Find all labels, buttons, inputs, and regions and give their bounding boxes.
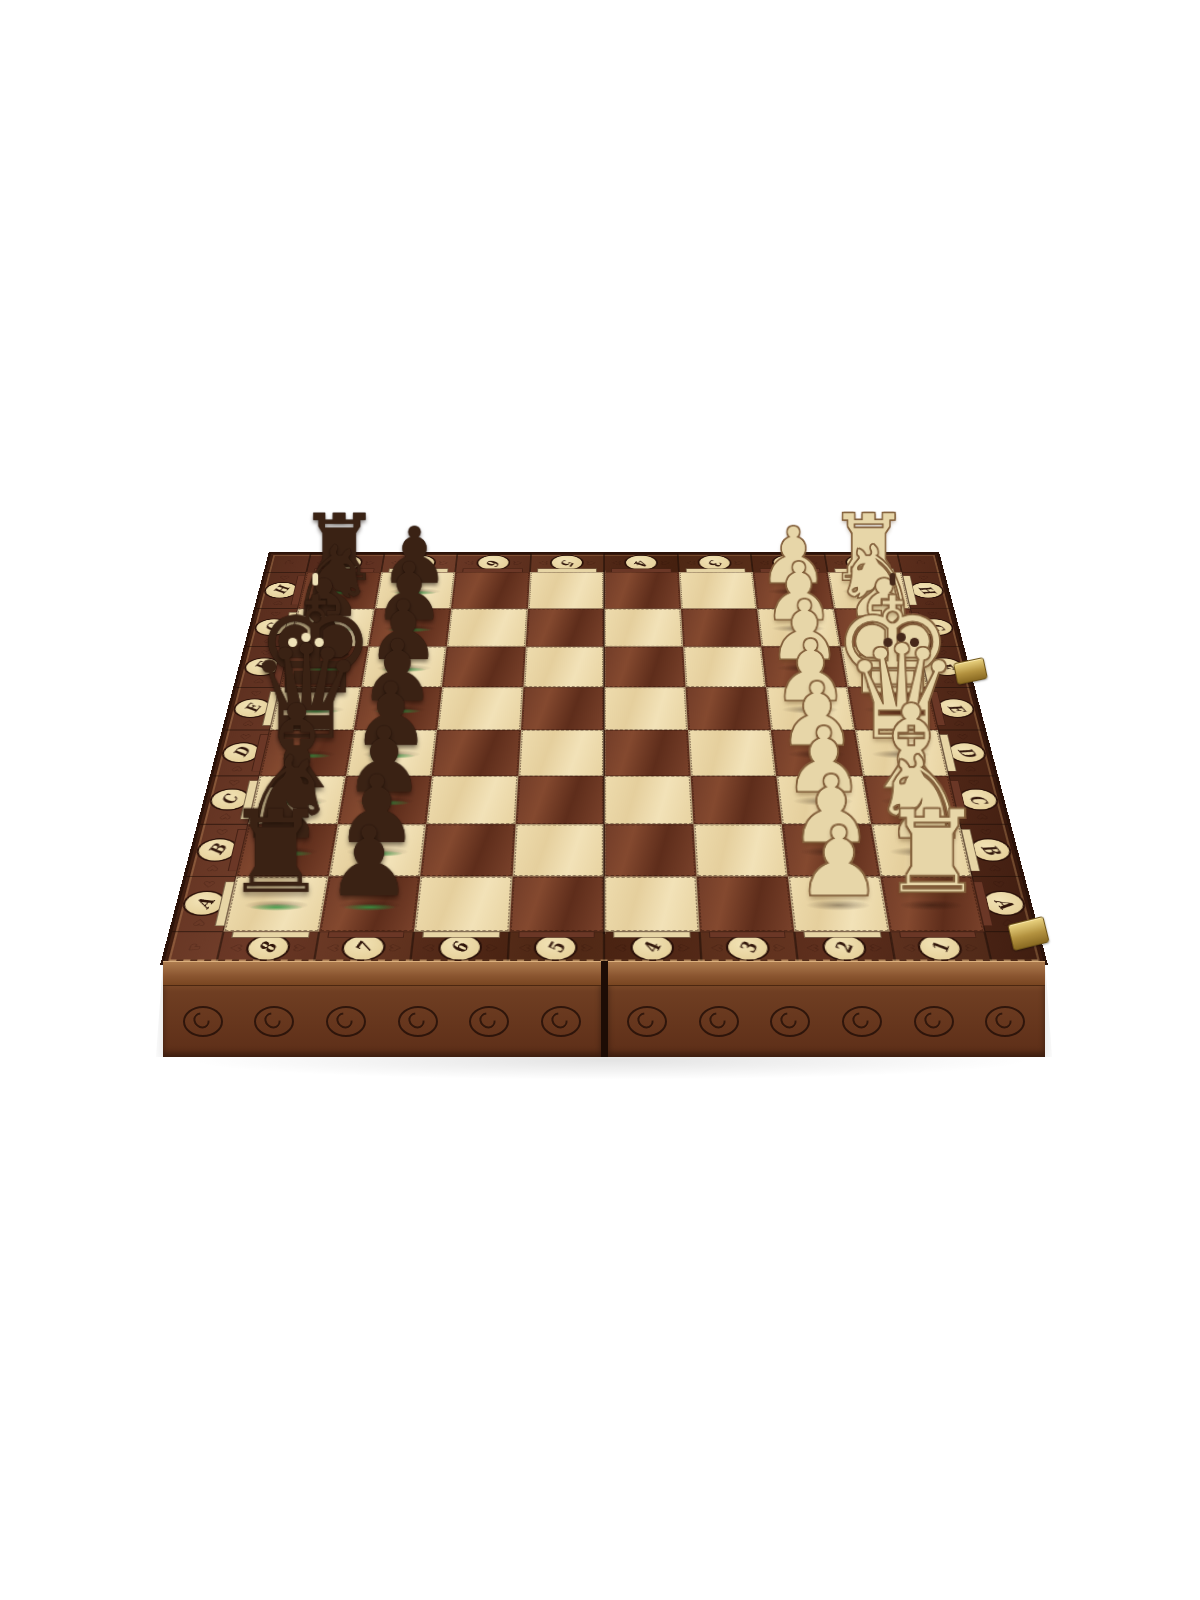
square-b5 [512,824,604,876]
heart-scroll-ornament: ♡ [772,943,788,951]
square-a5 [509,876,604,931]
piece-black-pawn: ♟ [326,813,413,910]
label-text: 7 [351,941,377,954]
border-rank-label-near-2: ♡2♡ [794,932,895,964]
heart-scroll-ornament: ♡ [988,864,1003,872]
label-text: 6 [447,941,473,954]
square-a4 [604,876,699,931]
heart-scroll-ornament: ♡ [183,941,203,953]
border-inlay [803,932,881,938]
border-rank-label-near-8: ♡8♡ [216,932,319,964]
front-half [608,961,1046,1057]
square-f5 [523,647,604,687]
chess-board: ♡♡8♡♡7♡♡6♡♡5♡♡4♡♡3♡♡2♡♡1♡♡♡H♡♜♟♟♜♡H♡♡G♡♞… [163,553,1046,964]
label-text: 2 [831,941,856,954]
square-c6 [426,776,518,825]
border-rank-label-near-3: ♡3♡ [699,932,798,964]
spiral-carving [469,1006,509,1037]
square-f6 [442,647,525,687]
heart-scroll-ornament: ♡ [708,943,724,951]
border-inlay [898,932,976,938]
finial-dot [302,633,311,642]
heart-scroll-ornament: ♡ [900,943,916,951]
heart-scroll-ornament: ♡ [227,943,244,951]
heart-scroll-ornament: ♡ [192,918,207,927]
label-text: 3 [705,559,725,567]
heart-scroll-ornament: ♡ [292,943,308,951]
square-f3 [683,647,766,687]
label-text: 4 [639,941,665,954]
heart-scroll-ornament: ♡ [516,943,531,951]
border-rank-label-near-7: ♡7♡ [313,932,414,964]
heart-scroll-ornament: ♡ [580,943,595,951]
square-h3 [678,572,757,608]
spiral-carving [770,1006,810,1037]
label-text: 5 [557,559,577,567]
square-a6 [414,876,512,931]
heart-scroll-ornament: ♡ [733,560,745,565]
border-rank-label-near-6: ♡6♡ [410,932,509,964]
square-c5 [515,776,604,825]
label-text: A [191,897,218,911]
square-b3 [693,824,788,876]
square-e3 [685,687,771,730]
label-text: 5 [543,941,569,954]
square-d5 [518,730,604,776]
label-text: 4 [631,559,651,567]
heart-scroll-ornament: ♡ [537,560,549,565]
heart-scroll-ornament: ♡ [804,943,820,951]
heart-scroll-ornament: ♡ [388,943,404,951]
border-rank-label-far-3: ♡3♡ [677,553,753,572]
piece-glyph: ♟ [795,813,882,910]
heart-scroll-ornament: ♡ [512,560,524,565]
border-rank-label-near-4: ♡4♡ [604,932,701,964]
front-face [163,961,1045,1057]
heart-scroll-ornament: ♡ [676,943,691,951]
heart-scroll-ornament: ♡ [964,943,981,951]
border-inlay [708,932,786,938]
spiral-carving [326,1006,366,1037]
heart-scroll-ornament: ♡ [463,560,475,565]
square-d4 [604,730,690,776]
rank-roundel: 8 [243,934,292,961]
spiral-carving [699,1006,739,1037]
heart-scroll-ornament: ♡ [586,560,598,565]
square-h5 [528,572,604,608]
heart-scroll-ornament: ♡ [992,880,1007,888]
label-text: 8 [255,941,282,954]
spiral-carving [541,1006,581,1037]
spiral-carving [627,1006,667,1037]
heart-scroll-ornament: ♡ [613,943,628,951]
label-text: 3 [735,941,760,954]
square-f4 [604,647,685,687]
label-text: 1 [928,941,953,954]
square-g3 [680,608,761,646]
product-photo: ♡♡8♡♡7♡♡6♡♡5♡♡4♡♡3♡♡2♡♡1♡♡♡H♡♜♟♟♜♡H♡♡G♡♞… [0,0,1200,1600]
spiral-carving [183,1006,223,1037]
square-c4 [604,776,693,825]
rank-roundel: 3 [725,934,771,961]
square-g6 [447,608,528,646]
rank-roundel: 1 [916,934,965,961]
border-inlay [231,932,309,938]
front-carvings [612,992,1042,1050]
border-inlay [327,932,405,938]
piece-black-rook: ♜ [224,795,327,910]
rank-roundel: 6 [437,934,483,961]
border-rank-label-near-5: ♡5♡ [507,932,604,964]
rank-roundel: 7 [340,934,388,961]
heart-scroll-ornament: ♡ [611,560,623,565]
heart-scroll-ornament: ♡ [420,943,436,951]
finial-dot [890,573,896,586]
spiral-carving [398,1006,438,1037]
square-a8: ♜ [224,876,329,931]
spiral-carving [985,1006,1025,1037]
border-inlay [518,932,595,938]
heart-scroll-ornament: ♡ [206,864,221,872]
border-rank-label-far-4: ♡4♡ [604,553,678,572]
square-b6 [420,824,515,876]
border-rank-label-far-6: ♡6♡ [455,553,531,572]
heart-scroll-ornament: ♡ [660,560,672,565]
heart-scroll-ornament: ♡ [484,943,500,951]
spiral-carving [842,1006,882,1037]
front-half [163,961,601,1057]
piece-white-pawn: ♟ [795,813,882,910]
spiral-carving [914,1006,954,1037]
border-rank-label-near-1: ♡1♡ [889,932,992,964]
border-rank-label-far-5: ♡5♡ [530,553,604,572]
label-text: A [990,897,1017,911]
square-a1: ♜ [880,876,985,931]
square-e6 [437,687,523,730]
spiral-carving [254,1006,294,1037]
square-a7: ♟ [319,876,421,931]
piece-glyph: ♜ [881,795,984,910]
piece-glyph: ♟ [326,813,413,910]
square-d3 [688,730,777,776]
heart-scroll-ornament: ♡ [324,943,340,951]
square-d6 [432,730,521,776]
square-b4 [604,824,696,876]
square-g4 [604,608,683,646]
piece-glyph: ♜ [224,795,327,910]
heart-scroll-ornament: ♡ [201,880,216,888]
border-inlay [422,932,500,938]
front-carvings [167,992,597,1050]
square-e5 [521,687,605,730]
square-a3 [696,876,794,931]
square-a2: ♟ [788,876,890,931]
piece-white-rook: ♜ [881,795,984,910]
finial-dot [312,573,318,586]
heart-scroll-ornament: ♡ [684,560,696,565]
square-h4 [604,572,680,608]
rank-roundel: 5 [534,934,578,961]
square-h6 [451,572,530,608]
label-text: 6 [483,559,503,567]
square-g5 [525,608,604,646]
square-c3 [690,776,782,825]
rank-roundel: 2 [820,934,868,961]
square-e4 [604,687,688,730]
rank-roundel: 4 [630,934,674,961]
heart-scroll-ornament: ♡ [868,943,884,951]
border-corner-bl: ♡ [163,932,224,964]
border-inlay [613,932,690,938]
